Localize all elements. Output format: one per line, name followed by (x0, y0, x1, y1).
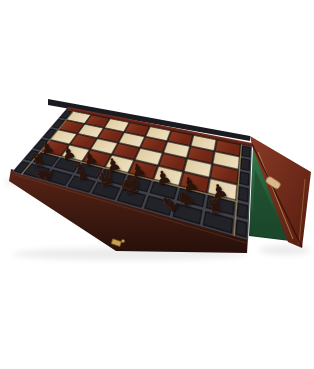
chess-piece-pawn: ♟ (60, 144, 78, 163)
pieces-layer: ♟♟♟♟♟♟♟♟♜♞♝♛♚♝♞♜ (0, 0, 314, 369)
chess-piece-pawn: ♟ (153, 167, 173, 188)
photo-scene: ♟♟♟♟♟♟♟♟♜♞♝♛♚♝♞♜ (0, 0, 314, 369)
chess-piece-knight: ♞ (31, 162, 57, 187)
chess-piece-rook: ♜ (205, 195, 227, 218)
